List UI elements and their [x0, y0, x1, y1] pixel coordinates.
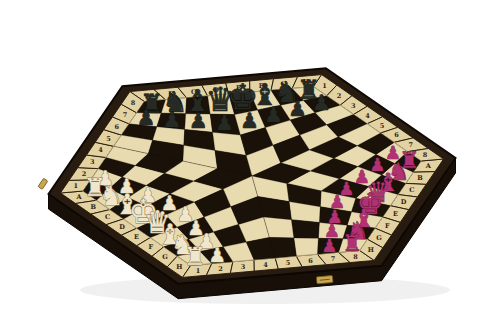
three-player-chess-board: ABCDEFGH12345678ABCDEFGH12345678ABCDEFGH… — [0, 0, 500, 333]
coordinate-label: H — [368, 246, 374, 254]
white-rook-piece: ♜ — [184, 242, 206, 271]
coordinate-label: 2 — [337, 92, 342, 100]
coordinate-label: 5 — [380, 122, 385, 130]
pink-pawn-piece: ♟ — [321, 235, 337, 256]
coordinate-label: 7 — [123, 111, 128, 119]
coordinate-label: 5 — [286, 259, 291, 267]
coordinate-label: E — [134, 233, 139, 241]
black-pawn-piece: ♟ — [137, 105, 156, 130]
coordinate-label: 3 — [90, 158, 95, 166]
coordinate-label: A — [75, 193, 82, 201]
coordinate-label: C — [409, 186, 414, 194]
coordinate-label: B — [91, 203, 97, 211]
black-pawn-piece: ♟ — [288, 96, 307, 121]
black-pawn-piece: ♟ — [264, 102, 283, 127]
coordinate-label: D — [119, 223, 125, 231]
pink-rook-piece: ♜ — [342, 230, 362, 256]
black-pawn-piece: ♟ — [312, 90, 331, 115]
coordinate-label: F — [148, 243, 153, 251]
coordinate-label: 8 — [423, 151, 428, 159]
coordinate-label: H — [176, 263, 182, 271]
board-cell — [291, 220, 319, 239]
coordinate-label: 6 — [308, 257, 313, 265]
coordinate-label: 6 — [394, 131, 399, 139]
coordinate-label: G — [376, 234, 382, 242]
black-pawn-piece: ♟ — [189, 108, 208, 133]
coordinate-label: G — [162, 253, 168, 261]
black-pawn-piece: ♟ — [240, 108, 259, 133]
board-cell — [294, 238, 319, 256]
coordinate-label: 6 — [114, 123, 119, 131]
coordinate-label: D — [401, 198, 407, 206]
coordinate-label: 4 — [365, 112, 370, 120]
brass-hinge-plate — [38, 178, 48, 189]
coordinate-label: 5 — [106, 135, 111, 143]
coordinate-label: A — [425, 162, 432, 170]
coordinate-label: E — [393, 210, 398, 218]
black-pawn-piece: ♟ — [215, 110, 234, 135]
coordinate-label: 1 — [74, 182, 79, 190]
coordinate-label: 4 — [263, 261, 268, 269]
coordinate-label: 3 — [241, 263, 246, 271]
coordinate-label: 1 — [322, 82, 327, 90]
brass-hinge — [38, 178, 48, 189]
product-photo: ABCDEFGH12345678ABCDEFGH12345678ABCDEFGH… — [0, 0, 500, 333]
coordinate-label: B — [417, 174, 423, 182]
coordinate-label: C — [105, 213, 110, 221]
black-pawn-piece: ♟ — [163, 107, 182, 132]
brass-clasp — [316, 276, 333, 284]
coordinate-label: 3 — [351, 102, 356, 110]
white-pawn-piece: ♟ — [208, 243, 226, 267]
coordinate-label: 8 — [131, 99, 136, 107]
coordinate-label: 4 — [98, 146, 103, 154]
coordinate-label: F — [385, 222, 390, 230]
